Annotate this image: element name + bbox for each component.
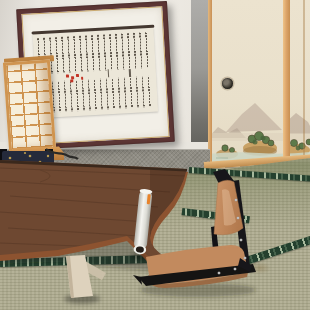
- room-photo: [0, 0, 310, 310]
- foreground-objects: [0, 0, 310, 310]
